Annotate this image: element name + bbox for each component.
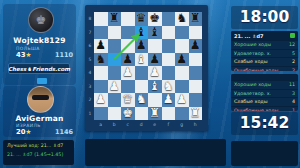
star-icon: ★: [25, 51, 31, 59]
player-name-bottom[interactable]: AviGerman: [3, 114, 76, 123]
square-b3[interactable]: ♟: [108, 80, 122, 94]
square-e5[interactable]: ♟: [148, 53, 162, 67]
square-a7[interactable]: [94, 26, 108, 40]
piece-white-pawn: ♟: [109, 80, 120, 94]
piece-black-bishop: ♝: [149, 26, 160, 40]
square-a3[interactable]: [94, 80, 108, 94]
square-d1[interactable]: [135, 107, 149, 121]
rank-label-8: 8: [86, 12, 94, 26]
square-d8[interactable]: ♛: [135, 12, 149, 26]
piece-black-pawn: ♟: [136, 39, 147, 53]
square-c7[interactable]: [121, 26, 135, 40]
piece-black-rook: ♜: [190, 12, 201, 26]
file-label-g: g: [175, 120, 189, 129]
square-a8[interactable]: [94, 12, 108, 26]
clock-top-player: 18:00: [231, 6, 298, 29]
stat-row-satisfactory: Удовлетвор. х.3: [231, 89, 298, 98]
square-d5[interactable]: ♝: [135, 53, 149, 67]
piece-white-pawn: ♟: [176, 93, 187, 107]
stat-row-good: Хорошие ходы11: [231, 80, 298, 89]
rating-bottom: 1146: [55, 128, 73, 136]
file-label-h: h: [189, 120, 203, 129]
square-h3[interactable]: [189, 80, 203, 94]
file-labels: abcdefgh: [94, 120, 202, 129]
king-icon: ♚: [36, 13, 47, 27]
square-f1[interactable]: [162, 107, 176, 121]
rating-top: 1110: [55, 51, 73, 59]
square-h5[interactable]: [189, 53, 203, 67]
square-c1[interactable]: ♚: [121, 107, 135, 121]
stars-top: 43★: [16, 51, 31, 59]
square-e3[interactable]: ♝: [148, 80, 162, 94]
logo-text-left: Chess: [8, 66, 26, 72]
square-h2[interactable]: [189, 93, 203, 107]
square-g3[interactable]: [175, 80, 189, 94]
square-d2[interactable]: ♞: [135, 93, 149, 107]
file-label-f: f: [162, 120, 176, 129]
move-analysis-box: Лучший ход: 21... ♗d7 21. ... ♗d7 (1.45→…: [3, 140, 74, 165]
rank-label-6: 6: [86, 39, 94, 53]
square-f4[interactable]: [162, 66, 176, 80]
square-g6[interactable]: [175, 39, 189, 53]
file-label-d: d: [135, 120, 149, 129]
piece-black-rook: ♜: [109, 12, 120, 26]
rank-labels: 87654321: [86, 12, 94, 120]
rank-label-3: 3: [86, 80, 94, 94]
piece-black-pawn: ♟: [176, 53, 187, 67]
square-g1[interactable]: [175, 107, 189, 121]
player-country-top: ПОЛЬША: [16, 46, 40, 51]
stars-bottom: 20★: [16, 128, 31, 136]
rank-label-1: 1: [86, 107, 94, 121]
rank-label-7: 7: [86, 26, 94, 40]
square-a6[interactable]: ♟: [94, 39, 108, 53]
square-e8[interactable]: ♚: [148, 12, 162, 26]
knight-logo-icon: ♞: [27, 66, 32, 72]
square-a1[interactable]: [94, 107, 108, 121]
piece-black-pawn: ♟: [122, 53, 133, 67]
file-label-c: c: [121, 120, 135, 129]
rank-label-5: 5: [86, 53, 94, 67]
square-a4[interactable]: [94, 66, 108, 80]
square-b2[interactable]: [108, 93, 122, 107]
chess-board[interactable]: ♜♛♚♞♜♝♝♟♟♟♞♟♝♟♟♟♟♟♝♞♟♛♞♟♟♚♜♜: [94, 12, 202, 120]
piece-white-pawn: ♟: [95, 93, 106, 107]
square-d7[interactable]: ♝: [135, 26, 149, 40]
piece-black-pawn: ♟: [149, 53, 160, 67]
piece-black-queen: ♛: [136, 12, 147, 26]
square-f8[interactable]: [162, 12, 176, 26]
rank-label-2: 2: [86, 93, 94, 107]
bottom-right-panel: [231, 141, 298, 166]
square-b8[interactable]: ♜: [108, 12, 122, 26]
square-f2[interactable]: ♟: [162, 93, 176, 107]
move-stats-panel-bottom: Хорошие ходы11 Удовлетвор. х.3 Слабые хо…: [231, 74, 298, 111]
piece-white-knight: ♞: [163, 80, 174, 94]
stat-row-mistakes: Ошибочные ходы2: [231, 66, 298, 72]
square-c6[interactable]: [121, 39, 135, 53]
square-h7[interactable]: [189, 26, 203, 40]
avatar-top-player[interactable]: ♚: [28, 7, 54, 33]
last-move-text: 21. ... ♗d7: [234, 33, 264, 39]
square-c4[interactable]: ♟: [121, 66, 135, 80]
square-f3[interactable]: ♞: [162, 80, 176, 94]
square-h4[interactable]: [189, 66, 203, 80]
piece-white-rook: ♜: [149, 107, 160, 121]
best-move-text: Лучший ход: 21... ♗d7: [7, 143, 70, 148]
square-g2[interactable]: ♟: [175, 93, 189, 107]
logo-text-right: Friends.com: [32, 66, 70, 72]
piece-black-knight: ♞: [95, 53, 106, 67]
square-d3[interactable]: [135, 80, 149, 94]
piece-white-pawn: ♟: [122, 66, 133, 80]
square-g5[interactable]: ♟: [175, 53, 189, 67]
piece-black-knight: ♞: [176, 12, 187, 26]
square-f5[interactable]: [162, 53, 176, 67]
piece-white-knight: ♞: [136, 93, 147, 107]
player-meta-bottom: 20★ 1146: [16, 128, 73, 136]
square-e6[interactable]: [148, 39, 162, 53]
last-move-header: 21. ... ♗d7: [231, 31, 298, 40]
avatar-bottom-player[interactable]: [27, 86, 54, 113]
file-label-a: a: [94, 120, 108, 129]
stat-row-good: Хорошие ходы12: [231, 40, 298, 49]
square-e4[interactable]: ♟: [148, 66, 162, 80]
piece-black-king: ♚: [149, 12, 160, 26]
square-d4[interactable]: [135, 66, 149, 80]
square-c5[interactable]: ♟: [121, 53, 135, 67]
move-stats-panel-top: 21. ... ♗d7 Хорошие ходы12 Удовлетвор. х…: [231, 31, 298, 71]
chess-board-frame: 87654321 ♜♛♚♞♜♝♝♟♟♟♞♟♝♟♟♟♟♟♝♞♟♛♞♟♟♚♜♜ ab…: [85, 5, 208, 131]
rank-label-4: 4: [86, 66, 94, 80]
stat-row-satisfactory: Удовлетвор. х.5: [231, 49, 298, 58]
piece-white-bishop: ♝: [149, 80, 160, 94]
square-g7[interactable]: [175, 26, 189, 40]
square-e7[interactable]: ♝: [148, 26, 162, 40]
square-f6[interactable]: [162, 39, 176, 53]
square-e1[interactable]: ♜: [148, 107, 162, 121]
panel-accent-button[interactable]: [37, 78, 47, 84]
piece-white-queen: ♛: [122, 93, 133, 107]
square-d6[interactable]: ♟: [135, 39, 149, 53]
piece-white-king: ♚: [122, 107, 133, 121]
square-h1[interactable]: ♜: [189, 107, 203, 121]
played-move-eval-text: 21. ... ♗d7 (1.45→1.45): [7, 152, 70, 157]
game-screen: ♚ Wojtek8129 ПОЛЬША 43★ 1110 Chess♞Frien…: [0, 0, 300, 168]
square-h8[interactable]: ♜: [189, 12, 203, 26]
chessfriends-logo[interactable]: Chess♞Friends.com: [8, 63, 70, 74]
piece-white-rook: ♜: [190, 107, 201, 121]
square-b1[interactable]: [108, 107, 122, 121]
square-b4[interactable]: [108, 66, 122, 80]
stat-row-weak: Слабые ходы4: [231, 97, 298, 106]
square-c3[interactable]: [121, 80, 135, 94]
square-e2[interactable]: [148, 93, 162, 107]
piece-white-pawn: ♟: [149, 66, 160, 80]
player-name-top[interactable]: Wojtek8129: [3, 36, 76, 45]
square-b7[interactable]: [108, 26, 122, 40]
square-a2[interactable]: ♟: [94, 93, 108, 107]
piece-black-pawn: ♟: [190, 39, 201, 53]
star-icon: ★: [25, 128, 31, 136]
square-f7[interactable]: [162, 26, 176, 40]
square-h6[interactable]: ♟: [189, 39, 203, 53]
square-b5[interactable]: [108, 53, 122, 67]
clock-bottom-player: 15:42: [231, 112, 298, 135]
sunglasses-icon: [32, 95, 49, 100]
player-meta-top: 43★ 1110: [16, 51, 73, 59]
square-b6[interactable]: [108, 39, 122, 53]
square-g8[interactable]: ♞: [175, 12, 189, 26]
piece-white-pawn: ♟: [163, 93, 174, 107]
piece-white-bishop: ♝: [136, 53, 147, 67]
file-label-b: b: [108, 120, 122, 129]
square-a5[interactable]: ♞: [94, 53, 108, 67]
piece-black-pawn: ♟: [95, 39, 106, 53]
square-g4[interactable]: [175, 66, 189, 80]
square-c8[interactable]: [121, 12, 135, 26]
move-quality-indicator: [290, 33, 295, 38]
file-label-e: e: [148, 120, 162, 129]
stat-row-mistakes: Ошибочные ходы1: [231, 106, 298, 112]
piece-black-bishop: ♝: [136, 26, 147, 40]
under-board-panel: [85, 139, 226, 166]
square-c2[interactable]: ♛: [121, 93, 135, 107]
stat-row-weak: Слабые ходы2: [231, 57, 298, 66]
